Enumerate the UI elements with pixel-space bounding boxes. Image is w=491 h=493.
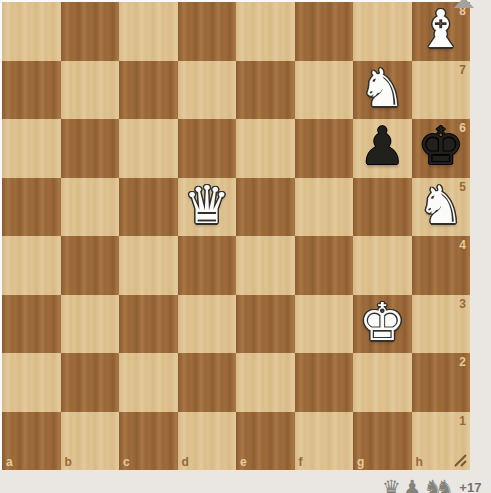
square-b2[interactable] bbox=[61, 353, 120, 412]
square-e2[interactable] bbox=[236, 353, 295, 412]
black-pawn[interactable]: ♟ bbox=[353, 119, 412, 178]
square-b1[interactable]: b bbox=[61, 412, 120, 471]
square-a6[interactable] bbox=[2, 119, 61, 178]
file-label-g: g bbox=[357, 456, 364, 468]
square-d4[interactable] bbox=[178, 236, 237, 295]
captured-knight-icon: ♞ bbox=[435, 478, 454, 493]
square-d3[interactable] bbox=[178, 295, 237, 354]
square-a3[interactable] bbox=[2, 295, 61, 354]
square-f1[interactable]: f bbox=[295, 412, 354, 471]
square-d1[interactable]: d bbox=[178, 412, 237, 471]
square-f2[interactable] bbox=[295, 353, 354, 412]
captured-pieces-tray: ♛♟♞♞+17 bbox=[382, 478, 481, 493]
captured-pawn-icon: ♟ bbox=[403, 478, 422, 493]
square-g4[interactable] bbox=[353, 236, 412, 295]
captured-queen-icon: ♛ bbox=[382, 478, 401, 493]
square-b7[interactable] bbox=[61, 61, 120, 120]
square-c8[interactable] bbox=[119, 2, 178, 61]
square-e4[interactable] bbox=[236, 236, 295, 295]
square-f4[interactable] bbox=[295, 236, 354, 295]
square-h6[interactable]: 6♚ bbox=[412, 119, 471, 178]
square-h5[interactable]: 5♞ bbox=[412, 178, 471, 237]
square-e5[interactable] bbox=[236, 178, 295, 237]
square-h8[interactable]: 8♝ bbox=[412, 2, 471, 61]
white-knight[interactable]: ♞ bbox=[412, 178, 471, 237]
square-b8[interactable] bbox=[61, 2, 120, 61]
file-label-h: h bbox=[416, 456, 423, 468]
square-c1[interactable]: c bbox=[119, 412, 178, 471]
square-d6[interactable] bbox=[178, 119, 237, 178]
rank-label-4: 4 bbox=[459, 239, 466, 251]
square-b3[interactable] bbox=[61, 295, 120, 354]
square-g1[interactable]: g bbox=[353, 412, 412, 471]
square-c4[interactable] bbox=[119, 236, 178, 295]
square-e7[interactable] bbox=[236, 61, 295, 120]
white-knight[interactable]: ♞ bbox=[353, 61, 412, 120]
square-e6[interactable] bbox=[236, 119, 295, 178]
square-f6[interactable] bbox=[295, 119, 354, 178]
square-e1[interactable]: e bbox=[236, 412, 295, 471]
file-label-f: f bbox=[299, 456, 303, 468]
square-a7[interactable] bbox=[2, 61, 61, 120]
rank-label-2: 2 bbox=[459, 356, 466, 368]
square-g3[interactable]: ♚ bbox=[353, 295, 412, 354]
square-g2[interactable] bbox=[353, 353, 412, 412]
square-h4[interactable]: 4 bbox=[412, 236, 471, 295]
square-c7[interactable] bbox=[119, 61, 178, 120]
square-c6[interactable] bbox=[119, 119, 178, 178]
square-c3[interactable] bbox=[119, 295, 178, 354]
square-a1[interactable]: a bbox=[2, 412, 61, 471]
square-a2[interactable] bbox=[2, 353, 61, 412]
square-e3[interactable] bbox=[236, 295, 295, 354]
square-b4[interactable] bbox=[61, 236, 120, 295]
square-a8[interactable] bbox=[2, 2, 61, 61]
square-g6[interactable]: ♟ bbox=[353, 119, 412, 178]
rank-label-3: 3 bbox=[459, 298, 466, 310]
square-h7[interactable]: 7 bbox=[412, 61, 471, 120]
square-h2[interactable]: 2 bbox=[412, 353, 471, 412]
square-g7[interactable]: ♞ bbox=[353, 61, 412, 120]
square-g5[interactable] bbox=[353, 178, 412, 237]
square-c2[interactable] bbox=[119, 353, 178, 412]
file-label-d: d bbox=[182, 456, 189, 468]
square-f7[interactable] bbox=[295, 61, 354, 120]
square-f3[interactable] bbox=[295, 295, 354, 354]
file-label-b: b bbox=[65, 456, 72, 468]
square-g8[interactable] bbox=[353, 2, 412, 61]
board-area: 8♝♞7♟6♚♛5♞4♚32abcdefg1h bbox=[0, 0, 470, 470]
square-a4[interactable] bbox=[2, 236, 61, 295]
square-h3[interactable]: 3 bbox=[412, 295, 471, 354]
square-f5[interactable] bbox=[295, 178, 354, 237]
square-d7[interactable] bbox=[178, 61, 237, 120]
square-c5[interactable] bbox=[119, 178, 178, 237]
square-e8[interactable] bbox=[236, 2, 295, 61]
square-d5[interactable]: ♛ bbox=[178, 178, 237, 237]
material-score: +17 bbox=[459, 478, 481, 493]
white-bishop[interactable]: ♝ bbox=[412, 2, 471, 61]
file-label-e: e bbox=[240, 456, 247, 468]
black-king[interactable]: ♚ bbox=[412, 119, 471, 178]
board-resize-handle[interactable] bbox=[454, 454, 467, 467]
square-b6[interactable] bbox=[61, 119, 120, 178]
file-label-c: c bbox=[123, 456, 130, 468]
square-a5[interactable] bbox=[2, 178, 61, 237]
square-b5[interactable] bbox=[61, 178, 120, 237]
rank-label-7: 7 bbox=[459, 64, 466, 76]
rank-label-1: 1 bbox=[459, 415, 466, 427]
arrow-up-icon[interactable] bbox=[454, 0, 474, 8]
square-f8[interactable] bbox=[295, 2, 354, 61]
white-king[interactable]: ♚ bbox=[353, 295, 412, 354]
white-queen[interactable]: ♛ bbox=[178, 178, 237, 237]
square-d2[interactable] bbox=[178, 353, 237, 412]
chess-board: 8♝♞7♟6♚♛5♞4♚32abcdefg1h bbox=[2, 2, 470, 470]
file-label-a: a bbox=[6, 456, 13, 468]
square-d8[interactable] bbox=[178, 2, 237, 61]
